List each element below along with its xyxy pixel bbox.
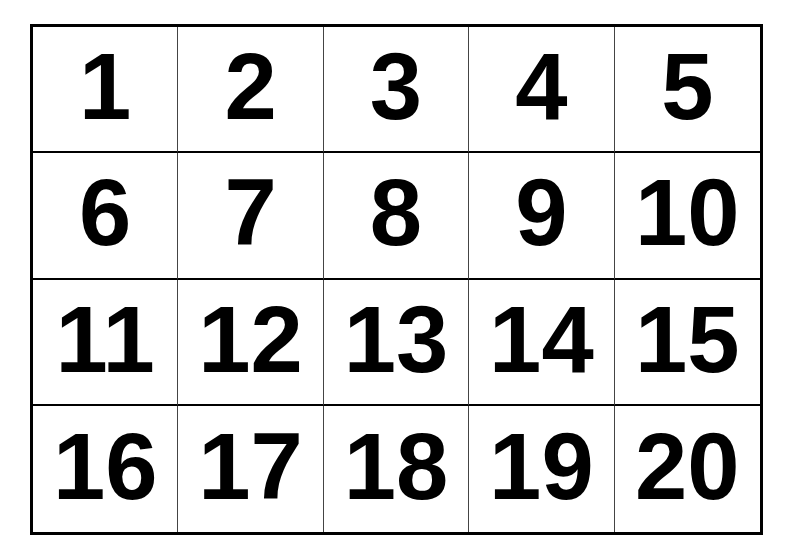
worksheet-page: 1 2 3 4 5 6 7 8 9 10 11 12 13 14 15 16 1… (0, 0, 793, 560)
grid-cell-19: 19 (469, 406, 614, 532)
grid-cell-16: 16 (33, 406, 178, 532)
grid-cell-4: 4 (469, 27, 614, 153)
grid-cell-11: 11 (33, 280, 178, 406)
grid-cell-8: 8 (324, 153, 469, 279)
grid-cell-2: 2 (178, 27, 323, 153)
grid-cell-9: 9 (469, 153, 614, 279)
grid-cell-17: 17 (178, 406, 323, 532)
grid-cell-10: 10 (615, 153, 760, 279)
grid-cell-12: 12 (178, 280, 323, 406)
grid-cell-20: 20 (615, 406, 760, 532)
grid-cell-18: 18 (324, 406, 469, 532)
grid-cell-13: 13 (324, 280, 469, 406)
grid-cell-5: 5 (615, 27, 760, 153)
grid-cell-7: 7 (178, 153, 323, 279)
number-grid: 1 2 3 4 5 6 7 8 9 10 11 12 13 14 15 16 1… (30, 24, 763, 535)
grid-cell-14: 14 (469, 280, 614, 406)
grid-cell-15: 15 (615, 280, 760, 406)
grid-cell-6: 6 (33, 153, 178, 279)
grid-cell-3: 3 (324, 27, 469, 153)
grid-cell-1: 1 (33, 27, 178, 153)
